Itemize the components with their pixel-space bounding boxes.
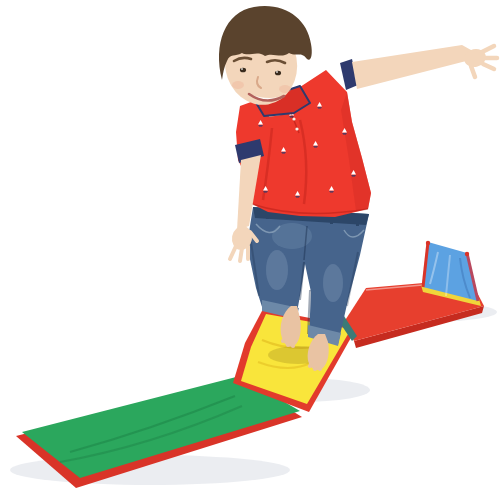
eye-glint xyxy=(276,71,278,73)
blush xyxy=(232,81,244,89)
toe xyxy=(318,367,322,371)
toe xyxy=(291,344,295,348)
blue-mat-corner-tab xyxy=(465,252,469,256)
blue-mat-corner-tab xyxy=(426,241,430,245)
eye-glint xyxy=(241,68,243,70)
toe xyxy=(286,343,290,347)
shirt-button xyxy=(295,127,298,130)
right-eye xyxy=(275,71,281,76)
blush xyxy=(279,85,291,93)
product-photo xyxy=(0,0,500,500)
belt-loop xyxy=(356,216,359,226)
photo-canvas xyxy=(0,0,500,500)
left-eye xyxy=(240,68,246,73)
shirt-button xyxy=(292,117,295,120)
toe xyxy=(281,339,285,343)
toe xyxy=(308,364,312,368)
jeans-wash-left-knee xyxy=(266,250,288,290)
jeans-wash-right-knee xyxy=(323,264,343,302)
toe xyxy=(313,367,317,371)
